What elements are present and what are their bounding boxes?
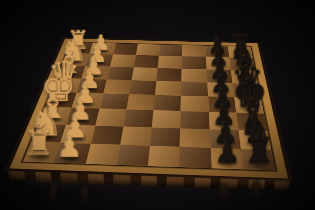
board-square (112, 43, 137, 55)
board-square (116, 145, 150, 166)
board-square (181, 68, 206, 82)
board-square (128, 80, 156, 95)
table-leg (80, 187, 89, 203)
board-square (149, 127, 180, 146)
chess-board: ♜♟♟♜♞♟♟♞♝♟♟♝♛♟♟♛♚♟♟♚♝♟♟♝♞♟♟♞♜♟♟♜ (9, 39, 288, 179)
board-square (98, 93, 128, 109)
table-reflection (28, 178, 289, 189)
board-square (123, 110, 153, 128)
board-square (106, 67, 133, 81)
white-rook: ♜ (23, 128, 54, 161)
board-square (180, 96, 208, 112)
board-square (94, 109, 125, 127)
board-square (90, 125, 123, 144)
table-leg (252, 180, 261, 196)
board-square (85, 144, 120, 165)
board-square (158, 45, 182, 57)
board-square (179, 147, 211, 169)
board-square (126, 94, 155, 110)
board-square (155, 81, 182, 96)
board-square (102, 79, 131, 94)
board-square (109, 55, 135, 68)
board-square (180, 111, 209, 129)
board-square: ♟ (53, 143, 89, 164)
board-square (131, 67, 157, 81)
board-square (182, 45, 205, 57)
board-grid: ♜♟♟♜♞♟♟♞♝♟♟♝♛♟♟♛♚♟♟♚♝♟♟♝♞♟♟♞♜♟♟♜ (23, 42, 275, 170)
board-square (181, 56, 205, 69)
board-square: ♜ (23, 142, 61, 163)
black-pawn: ♟ (213, 140, 239, 168)
board-square (133, 55, 158, 68)
board-square (179, 128, 209, 148)
table-leg (219, 183, 228, 199)
board-square (181, 82, 207, 97)
board-square: ♜ (240, 149, 275, 171)
board-square (153, 95, 181, 111)
board-square (151, 110, 180, 128)
board-square (135, 44, 159, 56)
board-square (156, 68, 182, 82)
board-square (157, 56, 182, 69)
black-rook: ♜ (243, 135, 274, 168)
photo-stage: ♜♟♟♜♞♟♟♞♝♟♟♝♛♟♟♛♚♟♟♚♝♟♟♝♞♟♟♞♜♟♟♜ (0, 0, 315, 210)
board-square (147, 146, 179, 167)
board-square: ♟ (210, 148, 243, 170)
white-pawn: ♟ (57, 134, 83, 161)
table-leg (49, 184, 58, 200)
board-square (119, 126, 151, 145)
